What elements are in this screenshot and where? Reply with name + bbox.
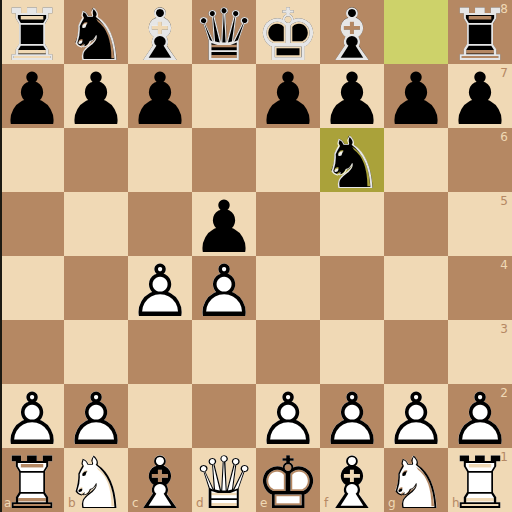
square-b7[interactable]: ♟ bbox=[64, 64, 128, 128]
square-b8[interactable]: ♞♘ bbox=[64, 0, 128, 64]
black-bishop[interactable]: ♝♗ bbox=[128, 0, 192, 64]
black-pawn-icon: ♟ bbox=[128, 67, 192, 131]
square-c7[interactable]: ♟ bbox=[128, 64, 192, 128]
black-rook[interactable]: ♜♖ bbox=[448, 0, 512, 64]
rook-outline-icon: ♖ bbox=[0, 3, 64, 67]
square-g6[interactable] bbox=[384, 128, 448, 192]
white-knight-icon: ♞ bbox=[384, 451, 448, 512]
square-a5[interactable] bbox=[0, 192, 64, 256]
square-e4[interactable] bbox=[256, 256, 320, 320]
square-d5[interactable]: ♟ bbox=[192, 192, 256, 256]
chess-board: ♜♖♞♘♝♗♛♕♚♔♝♗8♜♖♟♟♟♟♟♟7♟♞♘6♟5♟♙♟♙43♟♙♟♙♟♙… bbox=[0, 0, 512, 512]
queen-outline-icon: ♕ bbox=[192, 3, 256, 67]
black-king[interactable]: ♚♔ bbox=[256, 0, 320, 64]
square-h4[interactable]: 4 bbox=[448, 256, 512, 320]
pawn-outline-icon: ♙ bbox=[64, 387, 128, 451]
pawn-outline-icon: ♙ bbox=[448, 387, 512, 451]
square-d7[interactable] bbox=[192, 64, 256, 128]
black-king-icon: ♚ bbox=[256, 3, 320, 67]
square-d8[interactable]: ♛♕ bbox=[192, 0, 256, 64]
white-bishop[interactable]: ♝♗ bbox=[320, 448, 384, 512]
black-pawn[interactable]: ♟ bbox=[128, 64, 192, 128]
square-c8[interactable]: ♝♗ bbox=[128, 0, 192, 64]
square-g2[interactable]: ♟♙ bbox=[384, 384, 448, 448]
rank-label-5: 5 bbox=[500, 195, 508, 207]
rook-outline-icon: ♖ bbox=[448, 3, 512, 67]
pawn-outline-icon: ♙ bbox=[384, 387, 448, 451]
square-c3[interactable] bbox=[128, 320, 192, 384]
square-a1[interactable]: a♜♖ bbox=[0, 448, 64, 512]
square-b4[interactable] bbox=[64, 256, 128, 320]
rook-outline-icon: ♖ bbox=[0, 451, 64, 512]
white-bishop-icon: ♝ bbox=[320, 451, 384, 512]
square-e7[interactable]: ♟ bbox=[256, 64, 320, 128]
black-knight-icon: ♞ bbox=[64, 3, 128, 67]
white-pawn[interactable]: ♟♙ bbox=[384, 384, 448, 448]
knight-outline-icon: ♘ bbox=[64, 3, 128, 67]
white-queen[interactable]: ♛♕ bbox=[192, 448, 256, 512]
white-pawn[interactable]: ♟♙ bbox=[192, 256, 256, 320]
pawn-outline-icon: ♙ bbox=[320, 387, 384, 451]
square-a6[interactable] bbox=[0, 128, 64, 192]
square-h3[interactable]: 3 bbox=[448, 320, 512, 384]
white-pawn-icon: ♟ bbox=[128, 259, 192, 323]
chess-app: ♜♖♞♘♝♗♛♕♚♔♝♗8♜♖♟♟♟♟♟♟7♟♞♘6♟5♟♙♟♙43♟♙♟♙♟♙… bbox=[0, 0, 512, 512]
square-h1[interactable]: 1h♜♖ bbox=[448, 448, 512, 512]
white-rook[interactable]: ♜♖ bbox=[448, 448, 512, 512]
square-f5[interactable] bbox=[320, 192, 384, 256]
rank-label-3: 3 bbox=[500, 323, 508, 335]
square-e8[interactable]: ♚♔ bbox=[256, 0, 320, 64]
white-rook-icon: ♜ bbox=[448, 451, 512, 512]
white-queen-icon: ♛ bbox=[192, 451, 256, 512]
white-pawn[interactable]: ♟♙ bbox=[256, 384, 320, 448]
white-pawn[interactable]: ♟♙ bbox=[0, 384, 64, 448]
square-f8[interactable]: ♝♗ bbox=[320, 0, 384, 64]
square-d3[interactable] bbox=[192, 320, 256, 384]
black-rook-icon: ♜ bbox=[0, 3, 64, 67]
black-pawn-icon: ♟ bbox=[192, 195, 256, 259]
pawn-outline-icon: ♙ bbox=[256, 387, 320, 451]
square-f7[interactable]: ♟ bbox=[320, 64, 384, 128]
bishop-outline-icon: ♗ bbox=[128, 451, 192, 512]
black-queen-icon: ♛ bbox=[192, 3, 256, 67]
black-pawn-icon: ♟ bbox=[448, 67, 512, 131]
square-d1[interactable]: d♛♕ bbox=[192, 448, 256, 512]
black-pawn[interactable]: ♟ bbox=[0, 64, 64, 128]
black-pawn-icon: ♟ bbox=[256, 67, 320, 131]
bishop-outline-icon: ♗ bbox=[128, 3, 192, 67]
square-g8[interactable] bbox=[384, 0, 448, 64]
square-b3[interactable] bbox=[64, 320, 128, 384]
square-b5[interactable] bbox=[64, 192, 128, 256]
black-pawn[interactable]: ♟ bbox=[192, 192, 256, 256]
square-e1[interactable]: e♚♔ bbox=[256, 448, 320, 512]
queen-outline-icon: ♕ bbox=[192, 451, 256, 512]
square-e2[interactable]: ♟♙ bbox=[256, 384, 320, 448]
black-queen[interactable]: ♛♕ bbox=[192, 0, 256, 64]
square-a7[interactable]: ♟ bbox=[0, 64, 64, 128]
white-pawn-icon: ♟ bbox=[0, 387, 64, 451]
white-rook-icon: ♜ bbox=[0, 451, 64, 512]
black-pawn-icon: ♟ bbox=[0, 67, 64, 131]
square-d6[interactable] bbox=[192, 128, 256, 192]
white-pawn-icon: ♟ bbox=[320, 387, 384, 451]
king-outline-icon: ♔ bbox=[256, 451, 320, 512]
white-king[interactable]: ♚♔ bbox=[256, 448, 320, 512]
black-pawn-icon: ♟ bbox=[320, 67, 384, 131]
white-pawn-icon: ♟ bbox=[384, 387, 448, 451]
white-pawn-icon: ♟ bbox=[448, 387, 512, 451]
white-rook[interactable]: ♜♖ bbox=[0, 448, 64, 512]
knight-outline-icon: ♘ bbox=[384, 451, 448, 512]
square-a2[interactable]: ♟♙ bbox=[0, 384, 64, 448]
square-b2[interactable]: ♟♙ bbox=[64, 384, 128, 448]
square-h7[interactable]: 7♟ bbox=[448, 64, 512, 128]
square-c4[interactable]: ♟♙ bbox=[128, 256, 192, 320]
square-f1[interactable]: f♝♗ bbox=[320, 448, 384, 512]
black-pawn[interactable]: ♟ bbox=[384, 64, 448, 128]
white-bishop-icon: ♝ bbox=[128, 451, 192, 512]
square-g5[interactable] bbox=[384, 192, 448, 256]
black-knight[interactable]: ♞♘ bbox=[320, 128, 384, 192]
white-bishop[interactable]: ♝♗ bbox=[128, 448, 192, 512]
square-b6[interactable] bbox=[64, 128, 128, 192]
rook-outline-icon: ♖ bbox=[448, 451, 512, 512]
white-pawn[interactable]: ♟♙ bbox=[320, 384, 384, 448]
black-pawn[interactable]: ♟ bbox=[320, 64, 384, 128]
pawn-outline-icon: ♙ bbox=[128, 259, 192, 323]
white-pawn[interactable]: ♟♙ bbox=[64, 384, 128, 448]
square-g7[interactable]: ♟ bbox=[384, 64, 448, 128]
black-pawn[interactable]: ♟ bbox=[256, 64, 320, 128]
black-bishop-icon: ♝ bbox=[320, 3, 384, 67]
black-knight-icon: ♞ bbox=[320, 131, 384, 195]
square-a4[interactable] bbox=[0, 256, 64, 320]
black-rook[interactable]: ♜♖ bbox=[0, 0, 64, 64]
rank-label-6: 6 bbox=[500, 131, 508, 143]
square-c6[interactable] bbox=[128, 128, 192, 192]
square-a8[interactable]: ♜♖ bbox=[0, 0, 64, 64]
square-d2[interactable] bbox=[192, 384, 256, 448]
black-bishop-icon: ♝ bbox=[128, 3, 192, 67]
king-outline-icon: ♔ bbox=[256, 3, 320, 67]
square-f6[interactable]: ♞♘ bbox=[320, 128, 384, 192]
black-pawn-icon: ♟ bbox=[384, 67, 448, 131]
square-f2[interactable]: ♟♙ bbox=[320, 384, 384, 448]
knight-outline-icon: ♘ bbox=[64, 451, 128, 512]
black-rook-icon: ♜ bbox=[448, 3, 512, 67]
white-king-icon: ♚ bbox=[256, 451, 320, 512]
square-b1[interactable]: b♞♘ bbox=[64, 448, 128, 512]
white-knight-icon: ♞ bbox=[64, 451, 128, 512]
square-g4[interactable] bbox=[384, 256, 448, 320]
square-c1[interactable]: c♝♗ bbox=[128, 448, 192, 512]
black-pawn-icon: ♟ bbox=[64, 67, 128, 131]
white-knight[interactable]: ♞♘ bbox=[384, 448, 448, 512]
square-c5[interactable] bbox=[128, 192, 192, 256]
rank-label-4: 4 bbox=[500, 259, 508, 271]
square-h6[interactable]: 6 bbox=[448, 128, 512, 192]
square-e3[interactable] bbox=[256, 320, 320, 384]
square-g1[interactable]: g♞♘ bbox=[384, 448, 448, 512]
square-e5[interactable] bbox=[256, 192, 320, 256]
square-c2[interactable] bbox=[128, 384, 192, 448]
black-pawn[interactable]: ♟ bbox=[448, 64, 512, 128]
black-knight[interactable]: ♞♘ bbox=[64, 0, 128, 64]
square-f3[interactable] bbox=[320, 320, 384, 384]
square-g3[interactable] bbox=[384, 320, 448, 384]
pawn-outline-icon: ♙ bbox=[0, 387, 64, 451]
black-pawn[interactable]: ♟ bbox=[64, 64, 128, 128]
white-pawn[interactable]: ♟♙ bbox=[128, 256, 192, 320]
square-e6[interactable] bbox=[256, 128, 320, 192]
white-pawn[interactable]: ♟♙ bbox=[448, 384, 512, 448]
square-h5[interactable]: 5 bbox=[448, 192, 512, 256]
white-pawn-icon: ♟ bbox=[192, 259, 256, 323]
window-left-edge bbox=[0, 0, 2, 512]
square-h8[interactable]: 8♜♖ bbox=[448, 0, 512, 64]
white-pawn-icon: ♟ bbox=[64, 387, 128, 451]
square-h2[interactable]: 2♟♙ bbox=[448, 384, 512, 448]
bishop-outline-icon: ♗ bbox=[320, 3, 384, 67]
pawn-outline-icon: ♙ bbox=[192, 259, 256, 323]
white-pawn-icon: ♟ bbox=[256, 387, 320, 451]
square-a3[interactable] bbox=[0, 320, 64, 384]
bishop-outline-icon: ♗ bbox=[320, 451, 384, 512]
square-d4[interactable]: ♟♙ bbox=[192, 256, 256, 320]
black-bishop[interactable]: ♝♗ bbox=[320, 0, 384, 64]
knight-outline-icon: ♘ bbox=[320, 131, 384, 195]
square-f4[interactable] bbox=[320, 256, 384, 320]
white-knight[interactable]: ♞♘ bbox=[64, 448, 128, 512]
